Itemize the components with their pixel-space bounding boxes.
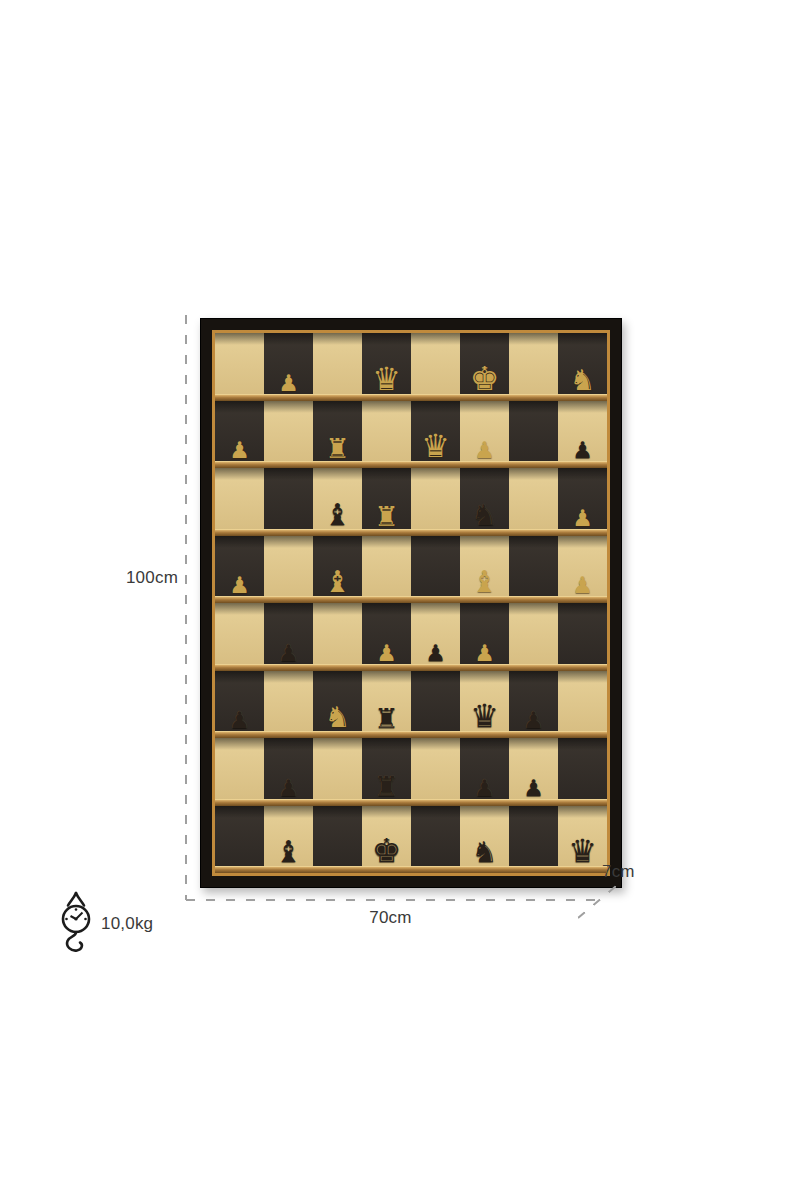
board-square [264,468,313,536]
board-square: ♟ [460,401,509,469]
board-row: ♟♜♟♟ [215,738,607,806]
board-square [264,401,313,469]
board-row: ♝♜♞♟ [215,468,607,536]
board-row: ♟♝♝♟ [215,536,607,604]
gold-king-piece: ♚ [470,362,500,395]
gold-knight-piece: ♞ [325,703,351,732]
gold-rook-piece: ♜ [374,503,398,530]
height-label: 100cm [108,568,178,588]
depth-label: 7cm [602,862,635,882]
board-square: ♟ [264,333,313,401]
board-square: ♟ [215,671,264,739]
black-bishop-piece: ♝ [275,837,302,867]
board-square [313,738,362,806]
board-square [264,536,313,604]
board-square [411,738,460,806]
board-square: ♛ [362,333,411,401]
black-pawn-piece: ♟ [523,709,544,732]
board-square [264,671,313,739]
board-square [313,603,362,671]
board-square: ♟ [460,603,509,671]
black-pawn-piece: ♟ [572,439,593,462]
board-square: ♛ [411,401,460,469]
board-square [509,536,558,604]
board-square: ♛ [460,671,509,739]
board-square [509,603,558,671]
black-queen-piece: ♛ [568,835,597,867]
board-square: ♜ [362,671,411,739]
board-square: ♜ [362,468,411,536]
black-knight-piece: ♞ [472,501,498,530]
board-square [558,671,607,739]
black-rook-piece: ♜ [374,773,398,800]
board-square: ♟ [362,603,411,671]
board-square: ♝ [460,536,509,604]
black-pawn-piece: ♟ [278,777,299,800]
product-dimension-diagram: ♟♛♚♞♟♜♛♟♟♝♜♞♟♟♝♝♟♟♟♟♟♟♞♜♛♟♟♜♟♟♝♚♞♛ 100cm… [0,0,800,1200]
board-square: ♟ [264,738,313,806]
board-square [215,738,264,806]
board-square: ♟ [558,401,607,469]
chess-board: ♟♛♚♞♟♜♛♟♟♝♜♞♟♟♝♝♟♟♟♟♟♟♞♜♛♟♟♜♟♟♝♚♞♛ [212,330,610,876]
board-square [509,333,558,401]
board-square: ♝ [313,536,362,604]
chess-board-frame: ♟♛♚♞♟♜♛♟♟♝♜♞♟♟♝♝♟♟♟♟♟♟♞♜♛♟♟♜♟♟♝♚♞♛ [200,318,622,888]
board-square [509,468,558,536]
gold-pawn-piece: ♟ [229,439,250,462]
board-square: ♞ [460,806,509,874]
board-square [509,806,558,874]
black-pawn-piece: ♟ [474,777,495,800]
board-square [313,806,362,874]
board-square: ♟ [558,468,607,536]
board-row: ♝♚♞♛ [215,806,607,874]
board-square [411,536,460,604]
board-square [558,738,607,806]
board-square: ♚ [460,333,509,401]
gold-pawn-piece: ♟ [572,507,593,530]
board-square [362,401,411,469]
board-square: ♛ [558,806,607,874]
black-king-piece: ♚ [372,834,402,867]
board-square: ♝ [313,468,362,536]
board-square: ♟ [264,603,313,671]
board-square [215,806,264,874]
board-square: ♚ [362,806,411,874]
board-square [362,536,411,604]
gold-rook-piece: ♜ [325,435,349,462]
board-square [313,333,362,401]
board-square: ♜ [362,738,411,806]
gold-queen-piece: ♛ [372,363,401,395]
board-square: ♟ [558,536,607,604]
black-bishop-piece: ♝ [324,500,351,530]
gold-pawn-piece: ♟ [229,574,250,597]
board-square: ♟ [460,738,509,806]
board-square: ♞ [460,468,509,536]
board-square [215,468,264,536]
black-pawn-piece: ♟ [425,642,446,665]
gold-bishop-piece: ♝ [324,567,351,597]
board-square: ♜ [313,401,362,469]
gold-pawn-piece: ♟ [278,372,299,395]
black-knight-piece: ♞ [472,838,498,867]
black-rook-piece: ♜ [374,705,398,732]
board-square: ♟ [215,401,264,469]
board-square: ♞ [313,671,362,739]
board-square [509,401,558,469]
width-dimension-line [186,899,595,901]
board-row: ♟♟♟♟ [215,603,607,671]
board-square: ♞ [558,333,607,401]
board-row: ♟♞♜♛♟ [215,671,607,739]
black-pawn-piece: ♟ [229,709,250,732]
gold-pawn-piece: ♟ [474,439,495,462]
board-square [411,671,460,739]
gold-pawn-piece: ♟ [572,574,593,597]
board-square [558,603,607,671]
board-square: ♟ [509,738,558,806]
gold-pawn-piece: ♟ [474,642,495,665]
board-square [215,333,264,401]
height-dimension-line [185,315,187,900]
weight-label: 10,0kg [101,914,153,934]
black-pawn-piece: ♟ [278,642,299,665]
black-queen-piece: ♛ [470,700,499,732]
board-square: ♟ [509,671,558,739]
board-square: ♟ [411,603,460,671]
board-square: ♝ [264,806,313,874]
board-square [411,468,460,536]
board-square [411,333,460,401]
board-row: ♟♛♚♞ [215,333,607,401]
gold-queen-piece: ♛ [421,430,450,462]
board-square [411,806,460,874]
gold-knight-piece: ♞ [570,366,596,395]
black-pawn-piece: ♟ [523,777,544,800]
width-label: 70cm [186,908,595,928]
gold-bishop-piece: ♝ [471,567,498,597]
gold-pawn-piece: ♟ [376,642,397,665]
hanging-scale-icon [55,890,97,960]
board-square: ♟ [215,536,264,604]
board-square [215,603,264,671]
board-row: ♟♜♛♟♟ [215,401,607,469]
